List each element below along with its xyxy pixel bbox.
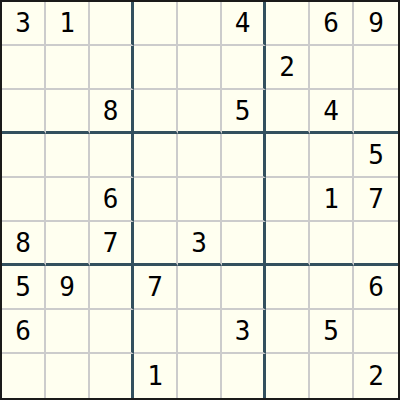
cell-r7c9[interactable]: 6	[354, 266, 398, 310]
cell-r8c5[interactable]	[178, 310, 222, 354]
given-digit: 8	[103, 98, 119, 124]
cell-r2c4[interactable]	[134, 46, 178, 90]
cell-r3c3[interactable]: 8	[90, 90, 134, 134]
given-digit: 9	[368, 10, 384, 36]
cell-r4c2[interactable]	[46, 134, 90, 178]
cell-r4c4[interactable]	[134, 134, 178, 178]
cell-r1c4[interactable]	[134, 2, 178, 46]
cell-r8c4[interactable]	[134, 310, 178, 354]
cell-r1c2[interactable]: 1	[46, 2, 90, 46]
given-digit: 1	[147, 363, 163, 389]
cell-r3c4[interactable]	[134, 90, 178, 134]
cell-r9c8[interactable]	[310, 354, 354, 398]
cell-r5c3[interactable]: 6	[90, 178, 134, 222]
cell-r8c2[interactable]	[46, 310, 90, 354]
cell-r9c2[interactable]	[46, 354, 90, 398]
given-digit: 9	[59, 274, 75, 300]
cell-r7c7[interactable]	[266, 266, 310, 310]
cell-r2c8[interactable]	[310, 46, 354, 90]
cell-r4c7[interactable]	[266, 134, 310, 178]
cell-r6c7[interactable]	[266, 222, 310, 266]
cell-r1c7[interactable]	[266, 2, 310, 46]
cell-r7c6[interactable]	[222, 266, 266, 310]
cell-r7c2[interactable]: 9	[46, 266, 90, 310]
cell-r5c5[interactable]	[178, 178, 222, 222]
given-digit: 1	[59, 10, 75, 36]
cell-r4c5[interactable]	[178, 134, 222, 178]
cell-r2c2[interactable]	[46, 46, 90, 90]
cell-r3c9[interactable]	[354, 90, 398, 134]
cell-r3c6[interactable]: 5	[222, 90, 266, 134]
cell-r3c7[interactable]	[266, 90, 310, 134]
given-digit: 4	[323, 98, 339, 124]
cell-r5c1[interactable]	[2, 178, 46, 222]
given-digit: 5	[323, 318, 339, 344]
cell-r4c3[interactable]	[90, 134, 134, 178]
cell-r1c9[interactable]: 9	[354, 2, 398, 46]
cell-r6c5[interactable]: 3	[178, 222, 222, 266]
cell-r6c9[interactable]	[354, 222, 398, 266]
cell-r6c4[interactable]	[134, 222, 178, 266]
cell-r5c8[interactable]: 1	[310, 178, 354, 222]
cell-r4c1[interactable]	[2, 134, 46, 178]
cell-r3c1[interactable]	[2, 90, 46, 134]
cell-r9c4[interactable]: 1	[134, 354, 178, 398]
cell-r5c2[interactable]	[46, 178, 90, 222]
given-digit: 3	[191, 230, 207, 256]
given-digit: 6	[103, 186, 119, 212]
cell-r8c7[interactable]	[266, 310, 310, 354]
cell-r1c6[interactable]: 4	[222, 2, 266, 46]
given-digit: 4	[235, 10, 251, 36]
cell-r5c6[interactable]	[222, 178, 266, 222]
cell-r3c8[interactable]: 4	[310, 90, 354, 134]
cell-r8c1[interactable]: 6	[2, 310, 46, 354]
cell-r5c7[interactable]	[266, 178, 310, 222]
cell-r5c4[interactable]	[134, 178, 178, 222]
cell-r2c5[interactable]	[178, 46, 222, 90]
cell-r6c1[interactable]: 8	[2, 222, 46, 266]
cell-r9c6[interactable]	[222, 354, 266, 398]
cell-r1c3[interactable]	[90, 2, 134, 46]
cell-r2c6[interactable]	[222, 46, 266, 90]
given-digit: 7	[103, 230, 119, 256]
cell-r2c7[interactable]: 2	[266, 46, 310, 90]
cell-r6c2[interactable]	[46, 222, 90, 266]
cell-r4c9[interactable]: 5	[354, 134, 398, 178]
cell-r7c5[interactable]	[178, 266, 222, 310]
cell-r7c1[interactable]: 5	[2, 266, 46, 310]
cell-r7c8[interactable]	[310, 266, 354, 310]
cell-r8c3[interactable]	[90, 310, 134, 354]
cell-r6c6[interactable]	[222, 222, 266, 266]
cell-r7c4[interactable]: 7	[134, 266, 178, 310]
given-digit: 5	[235, 98, 251, 124]
cell-r3c5[interactable]	[178, 90, 222, 134]
cell-r2c3[interactable]	[90, 46, 134, 90]
given-digit: 6	[323, 10, 339, 36]
cell-r9c7[interactable]	[266, 354, 310, 398]
given-digit: 6	[368, 274, 384, 300]
cell-r1c1[interactable]: 3	[2, 2, 46, 46]
given-digit: 1	[323, 186, 339, 212]
given-digit: 8	[15, 230, 31, 256]
cell-r4c6[interactable]	[222, 134, 266, 178]
cell-r7c3[interactable]	[90, 266, 134, 310]
cell-r6c8[interactable]	[310, 222, 354, 266]
given-digit: 7	[147, 274, 163, 300]
given-digit: 5	[15, 274, 31, 300]
cell-r8c9[interactable]	[354, 310, 398, 354]
given-digit: 7	[368, 186, 384, 212]
cell-r6c3[interactable]: 7	[90, 222, 134, 266]
cell-r4c8[interactable]	[310, 134, 354, 178]
cell-r9c1[interactable]	[2, 354, 46, 398]
given-digit: 6	[15, 318, 31, 344]
cell-r5c9[interactable]: 7	[354, 178, 398, 222]
sudoku-board: 3146928545617873597663512	[0, 0, 400, 400]
given-digit: 2	[368, 363, 384, 389]
cell-r2c1[interactable]	[2, 46, 46, 90]
cell-r8c8[interactable]: 5	[310, 310, 354, 354]
cell-r9c9[interactable]: 2	[354, 354, 398, 398]
cell-r1c8[interactable]: 6	[310, 2, 354, 46]
cell-r3c2[interactable]	[46, 90, 90, 134]
given-digit: 3	[15, 10, 31, 36]
given-digit: 3	[235, 318, 251, 344]
given-digit: 2	[279, 54, 295, 80]
cell-r9c3[interactable]	[90, 354, 134, 398]
cell-r9c5[interactable]	[178, 354, 222, 398]
cell-r8c6[interactable]: 3	[222, 310, 266, 354]
cell-r2c9[interactable]	[354, 46, 398, 90]
cell-r1c5[interactable]	[178, 2, 222, 46]
given-digit: 5	[368, 142, 384, 168]
